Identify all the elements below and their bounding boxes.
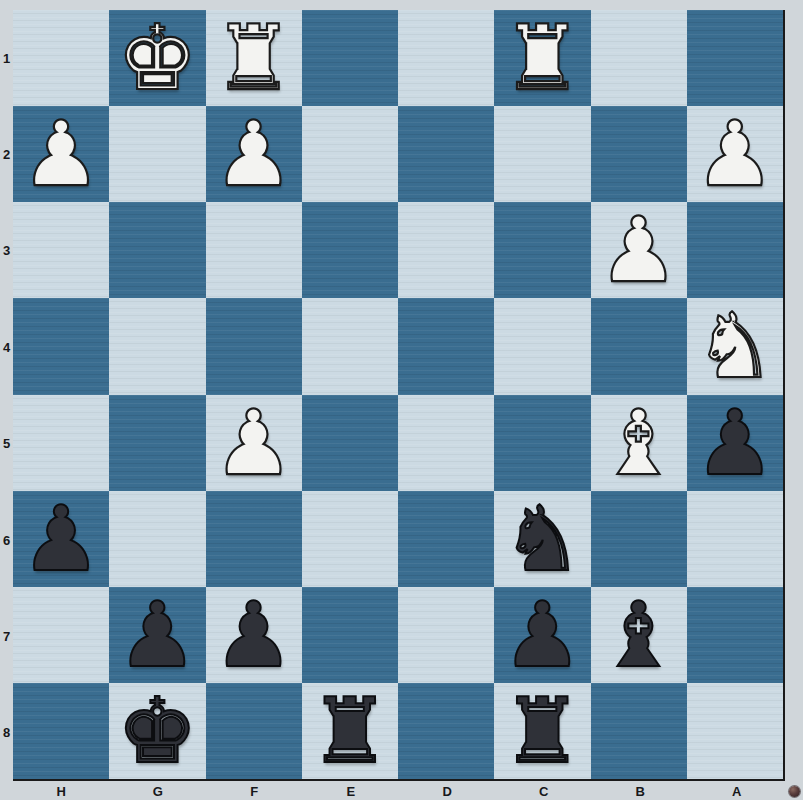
rank-label-1: 1 <box>0 10 13 106</box>
piece-white-rook[interactable]: ♜ <box>502 10 583 106</box>
logo-dot-icon <box>789 786 800 797</box>
file-labels: HGFEDCBA <box>13 782 785 800</box>
file-label-f: F <box>206 782 303 800</box>
square-h3[interactable] <box>13 202 109 298</box>
square-g2[interactable] <box>109 106 205 202</box>
square-e8[interactable]: ♜ <box>302 683 398 779</box>
square-f4[interactable] <box>206 298 302 394</box>
piece-black-rook[interactable]: ♜ <box>310 683 391 779</box>
chess-app-window: 12345678 ♚♜♜♟♟♟♟♞♟♝♟♟♞♟♟♟♝♚♜♜ HGFEDCBA <box>0 0 803 800</box>
square-b4[interactable] <box>591 298 687 394</box>
square-e2[interactable] <box>302 106 398 202</box>
piece-white-bishop[interactable]: ♝ <box>598 395 679 491</box>
rank-label-4: 4 <box>0 299 13 395</box>
square-d5[interactable] <box>398 395 494 491</box>
rank-label-8: 8 <box>0 685 13 781</box>
square-c7[interactable]: ♟ <box>494 587 590 683</box>
piece-black-pawn[interactable]: ♟ <box>21 491 102 587</box>
piece-black-pawn[interactable]: ♟ <box>695 395 776 491</box>
square-b8[interactable] <box>591 683 687 779</box>
square-d4[interactable] <box>398 298 494 394</box>
square-e5[interactable] <box>302 395 398 491</box>
piece-white-pawn[interactable]: ♟ <box>598 202 679 298</box>
square-b5[interactable]: ♝ <box>591 395 687 491</box>
square-a4[interactable]: ♞ <box>687 298 783 394</box>
square-d2[interactable] <box>398 106 494 202</box>
piece-black-rook[interactable]: ♜ <box>502 683 583 779</box>
square-h5[interactable] <box>13 395 109 491</box>
square-f2[interactable]: ♟ <box>206 106 302 202</box>
square-d7[interactable] <box>398 587 494 683</box>
square-b3[interactable]: ♟ <box>591 202 687 298</box>
square-c1[interactable]: ♜ <box>494 10 590 106</box>
piece-black-bishop[interactable]: ♝ <box>598 587 679 683</box>
square-d1[interactable] <box>398 10 494 106</box>
square-f3[interactable] <box>206 202 302 298</box>
square-f6[interactable] <box>206 491 302 587</box>
piece-white-knight[interactable]: ♞ <box>695 298 776 394</box>
rank-labels: 12345678 <box>0 10 13 781</box>
square-c5[interactable] <box>494 395 590 491</box>
square-a6[interactable] <box>687 491 783 587</box>
square-e1[interactable] <box>302 10 398 106</box>
square-g7[interactable]: ♟ <box>109 587 205 683</box>
square-d8[interactable] <box>398 683 494 779</box>
square-f5[interactable]: ♟ <box>206 395 302 491</box>
square-c6[interactable]: ♞ <box>494 491 590 587</box>
square-h8[interactable] <box>13 683 109 779</box>
square-d6[interactable] <box>398 491 494 587</box>
square-f1[interactable]: ♜ <box>206 10 302 106</box>
piece-black-knight[interactable]: ♞ <box>502 491 583 587</box>
square-h2[interactable]: ♟ <box>13 106 109 202</box>
chess-board[interactable]: ♚♜♜♟♟♟♟♞♟♝♟♟♞♟♟♟♝♚♜♜ <box>13 10 785 781</box>
square-h1[interactable] <box>13 10 109 106</box>
square-b1[interactable] <box>591 10 687 106</box>
file-label-a: A <box>689 782 786 800</box>
file-label-h: H <box>13 782 110 800</box>
file-label-g: G <box>110 782 207 800</box>
rank-label-7: 7 <box>0 588 13 684</box>
square-a3[interactable] <box>687 202 783 298</box>
square-a7[interactable] <box>687 587 783 683</box>
piece-white-pawn[interactable]: ♟ <box>213 106 294 202</box>
file-label-d: D <box>399 782 496 800</box>
square-e6[interactable] <box>302 491 398 587</box>
square-a2[interactable]: ♟ <box>687 106 783 202</box>
square-g8[interactable]: ♚ <box>109 683 205 779</box>
rank-label-5: 5 <box>0 396 13 492</box>
piece-black-pawn[interactable]: ♟ <box>502 587 583 683</box>
square-f7[interactable]: ♟ <box>206 587 302 683</box>
square-g5[interactable] <box>109 395 205 491</box>
square-b7[interactable]: ♝ <box>591 587 687 683</box>
piece-white-pawn[interactable]: ♟ <box>213 395 294 491</box>
square-f8[interactable] <box>206 683 302 779</box>
piece-white-rook[interactable]: ♜ <box>213 10 294 106</box>
square-h4[interactable] <box>13 298 109 394</box>
square-g3[interactable] <box>109 202 205 298</box>
file-label-b: B <box>592 782 689 800</box>
piece-black-pawn[interactable]: ♟ <box>213 587 294 683</box>
piece-white-king[interactable]: ♚ <box>117 10 198 106</box>
square-g6[interactable] <box>109 491 205 587</box>
rank-label-2: 2 <box>0 106 13 202</box>
square-a1[interactable] <box>687 10 783 106</box>
rank-label-3: 3 <box>0 203 13 299</box>
square-b6[interactable] <box>591 491 687 587</box>
square-e3[interactable] <box>302 202 398 298</box>
square-g4[interactable] <box>109 298 205 394</box>
file-label-e: E <box>303 782 400 800</box>
square-h7[interactable] <box>13 587 109 683</box>
square-g1[interactable]: ♚ <box>109 10 205 106</box>
square-c3[interactable] <box>494 202 590 298</box>
square-d3[interactable] <box>398 202 494 298</box>
square-e7[interactable] <box>302 587 398 683</box>
square-b2[interactable] <box>591 106 687 202</box>
square-h6[interactable]: ♟ <box>13 491 109 587</box>
square-a5[interactable]: ♟ <box>687 395 783 491</box>
square-c2[interactable] <box>494 106 590 202</box>
file-label-c: C <box>496 782 593 800</box>
square-c8[interactable]: ♜ <box>494 683 590 779</box>
piece-white-pawn[interactable]: ♟ <box>695 106 776 202</box>
square-c4[interactable] <box>494 298 590 394</box>
square-a8[interactable] <box>687 683 783 779</box>
square-e4[interactable] <box>302 298 398 394</box>
piece-black-king[interactable]: ♚ <box>117 683 198 779</box>
piece-black-pawn[interactable]: ♟ <box>117 587 198 683</box>
rank-label-6: 6 <box>0 492 13 588</box>
piece-white-pawn[interactable]: ♟ <box>21 106 102 202</box>
